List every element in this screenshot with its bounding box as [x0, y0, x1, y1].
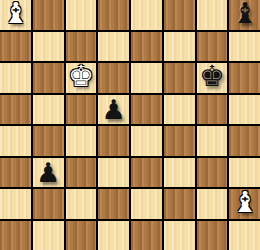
square-a1[interactable]	[0, 221, 31, 250]
square-e3[interactable]	[131, 158, 162, 188]
square-c1[interactable]	[66, 221, 97, 250]
square-h8[interactable]: ♝	[229, 0, 260, 30]
square-b8[interactable]	[33, 0, 64, 30]
black-pawn[interactable]: ♟	[36, 159, 60, 186]
black-pawn[interactable]: ♟	[102, 96, 126, 123]
square-c6[interactable]: ♚	[66, 63, 97, 93]
square-g2[interactable]	[197, 189, 228, 219]
white-king[interactable]: ♚	[68, 62, 94, 91]
square-d6[interactable]	[98, 63, 129, 93]
square-d3[interactable]	[98, 158, 129, 188]
square-e6[interactable]	[131, 63, 162, 93]
white-bishop[interactable]: ♝	[232, 188, 258, 217]
square-d4[interactable]	[98, 126, 129, 156]
square-h3[interactable]	[229, 158, 260, 188]
square-e1[interactable]	[131, 221, 162, 250]
square-h5[interactable]	[229, 95, 260, 125]
black-king[interactable]: ♚	[199, 62, 225, 91]
square-e5[interactable]	[131, 95, 162, 125]
square-e7[interactable]	[131, 32, 162, 62]
square-e8[interactable]	[131, 0, 162, 30]
square-d1[interactable]	[98, 221, 129, 250]
square-a8[interactable]: ♝	[0, 0, 31, 30]
white-bishop[interactable]: ♝	[2, 0, 28, 28]
square-g5[interactable]	[197, 95, 228, 125]
square-f7[interactable]	[164, 32, 195, 62]
square-g6[interactable]: ♚	[197, 63, 228, 93]
square-d7[interactable]	[98, 32, 129, 62]
square-d2[interactable]	[98, 189, 129, 219]
square-h1[interactable]	[229, 221, 260, 250]
black-bishop[interactable]: ♝	[232, 0, 258, 28]
square-f8[interactable]	[164, 0, 195, 30]
square-f4[interactable]	[164, 126, 195, 156]
square-b3[interactable]: ♟	[33, 158, 64, 188]
square-h7[interactable]	[229, 32, 260, 62]
square-c2[interactable]	[66, 189, 97, 219]
square-b7[interactable]	[33, 32, 64, 62]
square-a5[interactable]	[0, 95, 31, 125]
square-a2[interactable]	[0, 189, 31, 219]
square-f5[interactable]	[164, 95, 195, 125]
square-f3[interactable]	[164, 158, 195, 188]
square-e2[interactable]	[131, 189, 162, 219]
square-g4[interactable]	[197, 126, 228, 156]
square-b5[interactable]	[33, 95, 64, 125]
square-h6[interactable]	[229, 63, 260, 93]
square-g3[interactable]	[197, 158, 228, 188]
square-a4[interactable]	[0, 126, 31, 156]
square-a7[interactable]	[0, 32, 31, 62]
square-e4[interactable]	[131, 126, 162, 156]
square-c4[interactable]	[66, 126, 97, 156]
square-a6[interactable]	[0, 63, 31, 93]
square-a3[interactable]	[0, 158, 31, 188]
square-b2[interactable]	[33, 189, 64, 219]
square-b1[interactable]	[33, 221, 64, 250]
square-g7[interactable]	[197, 32, 228, 62]
chess-board: ♝♝♚♚♟♟♝	[0, 0, 260, 250]
square-f2[interactable]	[164, 189, 195, 219]
square-d8[interactable]	[98, 0, 129, 30]
square-c3[interactable]	[66, 158, 97, 188]
square-d5[interactable]: ♟	[98, 95, 129, 125]
square-c8[interactable]	[66, 0, 97, 30]
square-c5[interactable]	[66, 95, 97, 125]
square-c7[interactable]	[66, 32, 97, 62]
square-h4[interactable]	[229, 126, 260, 156]
square-f1[interactable]	[164, 221, 195, 250]
square-h2[interactable]: ♝	[229, 189, 260, 219]
square-g1[interactable]	[197, 221, 228, 250]
square-b4[interactable]	[33, 126, 64, 156]
square-g8[interactable]	[197, 0, 228, 30]
square-f6[interactable]	[164, 63, 195, 93]
square-b6[interactable]	[33, 63, 64, 93]
